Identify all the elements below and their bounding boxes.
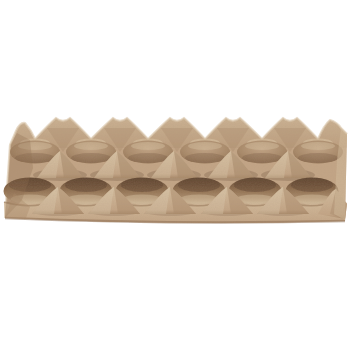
egg-carton-photo <box>0 0 353 353</box>
pulp-texture <box>5 118 347 223</box>
egg-tray <box>0 0 353 353</box>
pulp-grain-overlay <box>5 118 347 223</box>
